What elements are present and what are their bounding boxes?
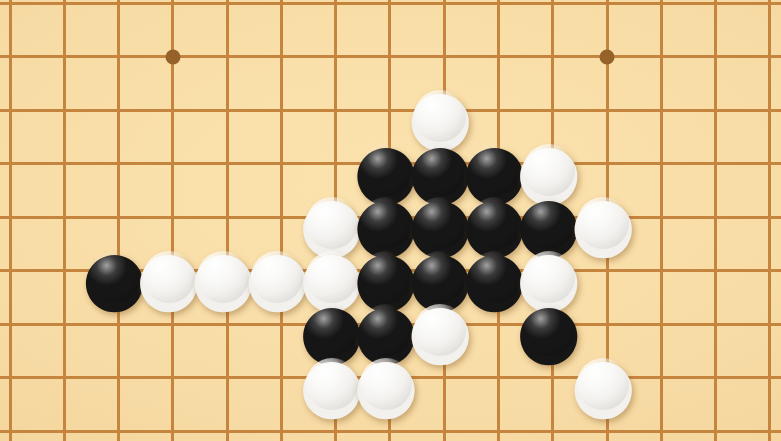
grid-line-vertical [9,0,12,441]
grid-line-vertical [768,0,771,441]
stone-highlight [306,358,358,410]
star-point [600,49,615,64]
stone-highlight [469,251,521,303]
stone-highlight [360,358,412,410]
grid-line-horizontal [0,2,781,5]
grid-line-horizontal [0,55,781,58]
stone-highlight [577,358,629,410]
stone-highlight [414,304,466,356]
white-stone: ● [576,357,630,411]
star-point [165,49,180,64]
grid-line-vertical [63,0,66,441]
white-stone: ● [305,357,359,411]
gomoku-board[interactable]: ●●●●●●●●●●●●●●●●●●●●●●●●●●● [0,0,781,441]
grid-line-vertical [117,0,120,441]
stone-highlight [197,251,249,303]
grid-line-vertical [660,0,663,441]
white-stone: ● [576,196,630,250]
white-stone: ● [359,357,413,411]
black-stone: ● [522,303,576,357]
black-stone: ● [88,250,142,304]
stone-highlight [577,197,629,249]
grid-line-vertical [226,0,229,441]
white-stone: ● [142,250,196,304]
grid-line-vertical [714,0,717,441]
grid-line-vertical [171,0,174,441]
grid-line-horizontal [0,109,781,112]
grid-line-horizontal [0,430,781,433]
stone-highlight [251,251,303,303]
stone-highlight [523,304,575,356]
black-stone: ● [468,250,522,304]
stone-highlight [89,251,141,303]
white-stone: ● [250,250,304,304]
white-stone: ● [413,303,467,357]
stone-highlight [143,251,195,303]
grid-line-vertical [280,0,283,441]
white-stone: ● [196,250,250,304]
